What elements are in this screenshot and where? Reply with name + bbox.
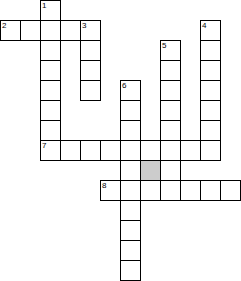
crossword-cell[interactable] <box>80 40 101 61</box>
crossword-cell[interactable] <box>160 140 181 161</box>
crossword-cell[interactable] <box>160 60 181 81</box>
clue-number: 3 <box>82 21 86 30</box>
crossword-cell[interactable] <box>40 100 61 121</box>
crossword-cell[interactable]: 8 <box>100 180 121 201</box>
crossword-cell[interactable]: 5 <box>160 40 181 61</box>
clue-number: 8 <box>102 181 106 190</box>
crossword-cell[interactable] <box>120 200 141 221</box>
crossword-cell[interactable]: 1 <box>40 0 61 21</box>
shaded-cell[interactable] <box>140 160 161 181</box>
crossword-cell[interactable] <box>40 40 61 61</box>
crossword-cell[interactable] <box>180 180 201 201</box>
clue-number: 1 <box>42 1 46 10</box>
crossword-cell[interactable]: 7 <box>40 140 61 161</box>
clue-number: 5 <box>162 41 166 50</box>
crossword-cell[interactable] <box>100 140 121 161</box>
crossword-cell[interactable] <box>160 160 181 181</box>
crossword-cell[interactable] <box>200 140 221 161</box>
crossword-cell[interactable] <box>80 60 101 81</box>
crossword-cell[interactable] <box>40 20 61 41</box>
crossword-cell[interactable] <box>40 60 61 81</box>
crossword-cell[interactable] <box>60 140 81 161</box>
crossword-cell[interactable] <box>160 100 181 121</box>
crossword-cell[interactable]: 2 <box>0 20 21 41</box>
crossword-cell[interactable] <box>120 140 141 161</box>
crossword-cell[interactable] <box>80 140 101 161</box>
crossword-cell[interactable] <box>200 80 221 101</box>
crossword-cell[interactable] <box>180 140 201 161</box>
crossword-cell[interactable] <box>200 40 221 61</box>
crossword-cell[interactable] <box>40 80 61 101</box>
crossword-cell[interactable] <box>140 140 161 161</box>
crossword-cell[interactable] <box>200 120 221 141</box>
clue-number: 7 <box>42 141 46 150</box>
crossword-cell[interactable] <box>220 180 241 201</box>
clue-number: 6 <box>122 81 126 90</box>
crossword-cell[interactable] <box>140 180 161 201</box>
crossword-cell[interactable] <box>160 120 181 141</box>
crossword-cell[interactable] <box>120 260 141 281</box>
crossword-cell[interactable] <box>160 80 181 101</box>
crossword-cell[interactable] <box>160 180 181 201</box>
crossword-cell[interactable] <box>200 60 221 81</box>
crossword-cell[interactable] <box>120 100 141 121</box>
crossword-cell[interactable] <box>200 100 221 121</box>
crossword-cell[interactable] <box>120 180 141 201</box>
crossword-cell[interactable] <box>200 180 221 201</box>
crossword-cell[interactable] <box>120 160 141 181</box>
crossword-cell[interactable]: 3 <box>80 20 101 41</box>
crossword-cell[interactable] <box>20 20 41 41</box>
crossword-cell[interactable] <box>40 120 61 141</box>
crossword-board: 12345678 <box>0 0 241 281</box>
clue-number: 4 <box>202 21 206 30</box>
crossword-cell[interactable] <box>120 220 141 241</box>
crossword-cell[interactable] <box>120 120 141 141</box>
crossword-cell[interactable] <box>120 240 141 261</box>
crossword-cell[interactable] <box>80 80 101 101</box>
crossword-cell[interactable]: 4 <box>200 20 221 41</box>
crossword-cell[interactable] <box>60 20 81 41</box>
crossword-cell[interactable]: 6 <box>120 80 141 101</box>
clue-number: 2 <box>2 21 6 30</box>
